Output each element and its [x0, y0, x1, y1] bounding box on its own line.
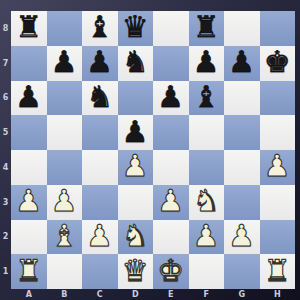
black-knight-piece: ♞ — [86, 82, 113, 112]
square-b1[interactable] — [47, 254, 83, 289]
rank-label-1: 1 — [0, 254, 11, 289]
square-e2[interactable] — [153, 220, 189, 255]
white-pawn-piece: ♟ — [193, 221, 220, 251]
square-h5[interactable] — [260, 115, 296, 150]
square-g8[interactable] — [224, 11, 260, 46]
square-c6[interactable]: ♞ — [82, 81, 118, 116]
chessboard-widget: 87654321 ABCDEFGH ♜♝♛♜♟♟♞♟♟♚♟♞♟♝♟♟♟♟♟♟♞♝… — [0, 0, 300, 300]
square-d6[interactable] — [118, 81, 154, 116]
square-c4[interactable] — [82, 150, 118, 185]
square-g7[interactable]: ♟ — [224, 46, 260, 81]
square-g2[interactable]: ♟ — [224, 220, 260, 255]
black-knight-piece: ♞ — [122, 47, 149, 77]
square-a4[interactable] — [11, 150, 47, 185]
black-pawn-piece: ♟ — [193, 47, 220, 77]
square-a2[interactable] — [11, 220, 47, 255]
file-label-e: E — [153, 288, 189, 300]
black-king-piece: ♚ — [264, 47, 291, 77]
white-pawn-piece: ♟ — [86, 221, 113, 251]
black-rook-piece: ♜ — [193, 12, 220, 42]
square-f4[interactable] — [189, 150, 225, 185]
square-d5[interactable]: ♟ — [118, 115, 154, 150]
white-king-piece: ♚ — [157, 256, 184, 286]
square-a5[interactable] — [11, 115, 47, 150]
rank-label-6: 6 — [0, 81, 11, 116]
square-f8[interactable]: ♜ — [189, 11, 225, 46]
square-c7[interactable]: ♟ — [82, 46, 118, 81]
white-pawn-piece: ♟ — [51, 186, 78, 216]
square-d1[interactable]: ♛ — [118, 254, 154, 289]
square-g6[interactable] — [224, 81, 260, 116]
square-h6[interactable] — [260, 81, 296, 116]
white-rook-piece: ♜ — [15, 256, 42, 286]
white-knight-piece: ♞ — [122, 221, 149, 251]
square-d7[interactable]: ♞ — [118, 46, 154, 81]
square-c5[interactable] — [82, 115, 118, 150]
square-f3[interactable]: ♞ — [189, 185, 225, 220]
square-d2[interactable]: ♞ — [118, 220, 154, 255]
file-label-c: C — [82, 288, 118, 300]
rank-label-8: 8 — [0, 11, 11, 46]
square-c1[interactable] — [82, 254, 118, 289]
rank-labels: 87654321 — [0, 11, 11, 289]
square-e6[interactable]: ♟ — [153, 81, 189, 116]
square-g3[interactable] — [224, 185, 260, 220]
white-pawn-piece: ♟ — [264, 151, 291, 181]
black-queen-piece: ♛ — [122, 12, 149, 42]
rank-label-3: 3 — [0, 185, 11, 220]
square-a7[interactable] — [11, 46, 47, 81]
file-label-h: H — [260, 288, 296, 300]
black-bishop-piece: ♝ — [193, 82, 220, 112]
square-f1[interactable] — [189, 254, 225, 289]
square-c3[interactable] — [82, 185, 118, 220]
black-bishop-piece: ♝ — [86, 12, 113, 42]
white-rook-piece: ♜ — [264, 256, 291, 286]
square-f6[interactable]: ♝ — [189, 81, 225, 116]
square-e5[interactable] — [153, 115, 189, 150]
white-bishop-piece: ♝ — [51, 221, 78, 251]
square-h8[interactable] — [260, 11, 296, 46]
white-queen-piece: ♛ — [122, 256, 149, 286]
square-a1[interactable]: ♜ — [11, 254, 47, 289]
square-d8[interactable]: ♛ — [118, 11, 154, 46]
square-e8[interactable] — [153, 11, 189, 46]
square-e4[interactable] — [153, 150, 189, 185]
square-b5[interactable] — [47, 115, 83, 150]
square-b7[interactable]: ♟ — [47, 46, 83, 81]
square-e7[interactable] — [153, 46, 189, 81]
square-d4[interactable]: ♟ — [118, 150, 154, 185]
white-pawn-piece: ♟ — [228, 221, 255, 251]
black-pawn-piece: ♟ — [122, 117, 149, 147]
square-f2[interactable]: ♟ — [189, 220, 225, 255]
white-pawn-piece: ♟ — [122, 151, 149, 181]
square-c8[interactable]: ♝ — [82, 11, 118, 46]
file-label-f: F — [189, 288, 225, 300]
black-pawn-piece: ♟ — [228, 47, 255, 77]
square-h2[interactable] — [260, 220, 296, 255]
black-pawn-piece: ♟ — [51, 47, 78, 77]
black-pawn-piece: ♟ — [157, 82, 184, 112]
square-d3[interactable] — [118, 185, 154, 220]
square-h4[interactable]: ♟ — [260, 150, 296, 185]
black-rook-piece: ♜ — [15, 12, 42, 42]
square-b2[interactable]: ♝ — [47, 220, 83, 255]
file-label-a: A — [11, 288, 47, 300]
rank-label-2: 2 — [0, 220, 11, 255]
file-label-d: D — [118, 288, 154, 300]
file-label-g: G — [224, 288, 260, 300]
square-e1[interactable]: ♚ — [153, 254, 189, 289]
square-h7[interactable]: ♚ — [260, 46, 296, 81]
black-pawn-piece: ♟ — [86, 47, 113, 77]
rank-label-4: 4 — [0, 150, 11, 185]
square-h1[interactable]: ♜ — [260, 254, 296, 289]
square-b3[interactable]: ♟ — [47, 185, 83, 220]
square-b4[interactable] — [47, 150, 83, 185]
square-e3[interactable]: ♟ — [153, 185, 189, 220]
square-f7[interactable]: ♟ — [189, 46, 225, 81]
white-pawn-piece: ♟ — [157, 186, 184, 216]
square-b8[interactable] — [47, 11, 83, 46]
square-b6[interactable] — [47, 81, 83, 116]
rank-label-5: 5 — [0, 115, 11, 150]
square-c2[interactable]: ♟ — [82, 220, 118, 255]
square-f5[interactable] — [189, 115, 225, 150]
black-pawn-piece: ♟ — [15, 82, 42, 112]
file-label-b: B — [47, 288, 83, 300]
chess-board: ♜♝♛♜♟♟♞♟♟♚♟♞♟♝♟♟♟♟♟♟♞♝♟♞♟♟♜♛♚♜ — [11, 11, 295, 289]
square-g5[interactable] — [224, 115, 260, 150]
square-a8[interactable]: ♜ — [11, 11, 47, 46]
square-g1[interactable] — [224, 254, 260, 289]
white-pawn-piece: ♟ — [15, 186, 42, 216]
square-a3[interactable]: ♟ — [11, 185, 47, 220]
square-g4[interactable] — [224, 150, 260, 185]
square-a6[interactable]: ♟ — [11, 81, 47, 116]
white-knight-piece: ♞ — [193, 186, 220, 216]
rank-label-7: 7 — [0, 46, 11, 81]
square-h3[interactable] — [260, 185, 296, 220]
file-labels: ABCDEFGH — [11, 288, 295, 300]
